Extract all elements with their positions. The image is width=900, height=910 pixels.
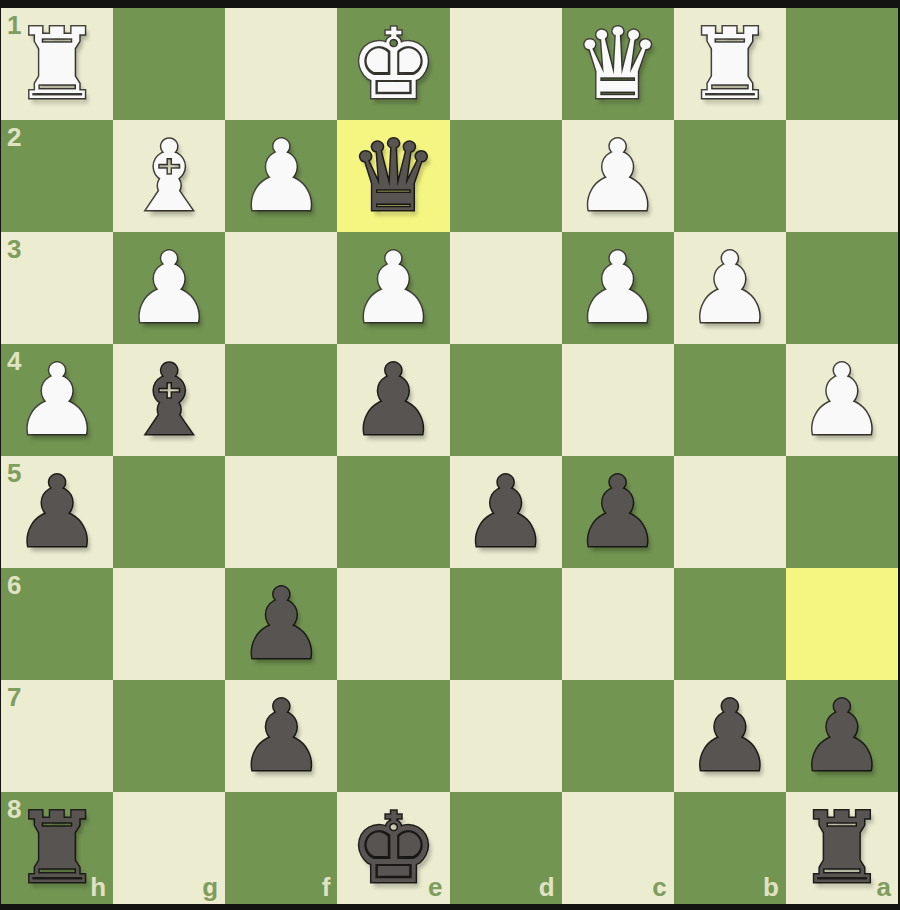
file-label-g: g — [202, 872, 218, 903]
square-e8[interactable]: e♚ — [337, 792, 449, 904]
piece-wP-b3[interactable]: ♟ — [674, 232, 786, 344]
square-a1[interactable] — [786, 8, 898, 120]
square-e3[interactable]: ♟ — [337, 232, 449, 344]
square-b6[interactable] — [674, 568, 786, 680]
piece-bP-a7[interactable]: ♟ — [786, 680, 898, 792]
rank-label-4: 4 — [7, 346, 21, 377]
square-d7[interactable] — [450, 680, 562, 792]
file-label-h: h — [90, 872, 106, 903]
square-a4[interactable]: ♟ — [786, 344, 898, 456]
square-b1[interactable]: ♜ — [674, 8, 786, 120]
square-g8[interactable]: g — [113, 792, 225, 904]
square-f1[interactable] — [225, 8, 337, 120]
square-g3[interactable]: ♟ — [113, 232, 225, 344]
square-c5[interactable]: ♟ — [562, 456, 674, 568]
rank-label-7: 7 — [7, 682, 21, 713]
piece-wP-g3[interactable]: ♟ — [113, 232, 225, 344]
piece-bP-d5[interactable]: ♟ — [450, 456, 562, 568]
square-f8[interactable]: f — [225, 792, 337, 904]
rank-label-6: 6 — [7, 570, 21, 601]
square-c1[interactable]: ♛ — [562, 8, 674, 120]
square-b4[interactable] — [674, 344, 786, 456]
square-f3[interactable] — [225, 232, 337, 344]
piece-bP-c5[interactable]: ♟ — [562, 456, 674, 568]
square-g4[interactable]: ♝ — [113, 344, 225, 456]
piece-bB-g4[interactable]: ♝ — [113, 344, 225, 456]
square-d5[interactable]: ♟ — [450, 456, 562, 568]
square-e5[interactable] — [337, 456, 449, 568]
square-d3[interactable] — [450, 232, 562, 344]
square-c2[interactable]: ♟ — [562, 120, 674, 232]
piece-wP-f2[interactable]: ♟ — [225, 120, 337, 232]
piece-bP-f6[interactable]: ♟ — [225, 568, 337, 680]
rank-label-5: 5 — [7, 458, 21, 489]
square-c6[interactable] — [562, 568, 674, 680]
square-g6[interactable] — [113, 568, 225, 680]
rank-label-2: 2 — [7, 122, 21, 153]
piece-wQ-c1[interactable]: ♛ — [562, 8, 674, 120]
rank-label-1: 1 — [7, 10, 21, 41]
square-c3[interactable]: ♟ — [562, 232, 674, 344]
square-h3[interactable]: 3 — [1, 232, 113, 344]
square-g2[interactable]: ♝ — [113, 120, 225, 232]
piece-wB-g2[interactable]: ♝ — [113, 120, 225, 232]
square-b5[interactable] — [674, 456, 786, 568]
square-a6[interactable] — [786, 568, 898, 680]
square-c4[interactable] — [562, 344, 674, 456]
square-d6[interactable] — [450, 568, 562, 680]
rank-label-8: 8 — [7, 794, 21, 825]
square-e7[interactable] — [337, 680, 449, 792]
square-b8[interactable]: b — [674, 792, 786, 904]
square-d1[interactable] — [450, 8, 562, 120]
square-d2[interactable] — [450, 120, 562, 232]
square-f4[interactable] — [225, 344, 337, 456]
square-f6[interactable]: ♟ — [225, 568, 337, 680]
chess-board: 1♜♚♛♜2♝♟♛♟3♟♟♟♟4♟♝♟♟5♟♟♟6♟7♟♟♟8h♜gfe♚dcb… — [1, 8, 898, 904]
square-d8[interactable]: d — [450, 792, 562, 904]
square-a8[interactable]: a♜ — [786, 792, 898, 904]
piece-wK-e1[interactable]: ♚ — [337, 8, 449, 120]
square-g7[interactable] — [113, 680, 225, 792]
square-f2[interactable]: ♟ — [225, 120, 337, 232]
file-label-d: d — [539, 872, 555, 903]
square-a3[interactable] — [786, 232, 898, 344]
square-c8[interactable]: c — [562, 792, 674, 904]
piece-bQ-e2[interactable]: ♛ — [337, 120, 449, 232]
square-h5[interactable]: 5♟ — [1, 456, 113, 568]
file-label-c: c — [652, 872, 666, 903]
square-g1[interactable] — [113, 8, 225, 120]
file-label-e: e — [428, 872, 442, 903]
square-h8[interactable]: 8h♜ — [1, 792, 113, 904]
piece-wP-c2[interactable]: ♟ — [562, 120, 674, 232]
square-g5[interactable] — [113, 456, 225, 568]
square-e1[interactable]: ♚ — [337, 8, 449, 120]
square-b3[interactable]: ♟ — [674, 232, 786, 344]
square-b7[interactable]: ♟ — [674, 680, 786, 792]
square-h1[interactable]: 1♜ — [1, 8, 113, 120]
file-label-b: b — [763, 872, 779, 903]
piece-bP-f7[interactable]: ♟ — [225, 680, 337, 792]
square-e6[interactable] — [337, 568, 449, 680]
square-d4[interactable] — [450, 344, 562, 456]
piece-wP-a4[interactable]: ♟ — [786, 344, 898, 456]
square-f7[interactable]: ♟ — [225, 680, 337, 792]
square-a7[interactable]: ♟ — [786, 680, 898, 792]
square-a2[interactable] — [786, 120, 898, 232]
square-c7[interactable] — [562, 680, 674, 792]
square-h6[interactable]: 6 — [1, 568, 113, 680]
square-a5[interactable] — [786, 456, 898, 568]
square-e2[interactable]: ♛ — [337, 120, 449, 232]
piece-bP-e4[interactable]: ♟ — [337, 344, 449, 456]
square-h7[interactable]: 7 — [1, 680, 113, 792]
square-h4[interactable]: 4♟ — [1, 344, 113, 456]
file-label-f: f — [322, 872, 331, 903]
square-h2[interactable]: 2 — [1, 120, 113, 232]
file-label-a: a — [877, 872, 891, 903]
piece-wP-e3[interactable]: ♟ — [337, 232, 449, 344]
square-f5[interactable] — [225, 456, 337, 568]
square-b2[interactable] — [674, 120, 786, 232]
piece-bP-b7[interactable]: ♟ — [674, 680, 786, 792]
rank-label-3: 3 — [7, 234, 21, 265]
piece-wR-b1[interactable]: ♜ — [674, 8, 786, 120]
square-e4[interactable]: ♟ — [337, 344, 449, 456]
piece-wP-c3[interactable]: ♟ — [562, 232, 674, 344]
